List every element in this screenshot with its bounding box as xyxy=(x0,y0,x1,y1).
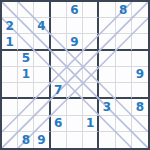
given-digit: 9 xyxy=(136,68,144,80)
cell-r8c8[interactable] xyxy=(116,116,132,132)
cell-r5c3[interactable] xyxy=(34,67,50,83)
given-digit: 4 xyxy=(37,20,45,32)
cell-r6c8[interactable] xyxy=(116,83,132,99)
cell-r4c2[interactable]: 5 xyxy=(18,51,34,67)
cell-r3c9[interactable] xyxy=(132,34,148,50)
cell-r1c4[interactable] xyxy=(51,2,67,18)
cell-r4c3[interactable] xyxy=(34,51,50,67)
cell-r8c1[interactable] xyxy=(2,116,18,132)
cell-r9c1[interactable] xyxy=(2,132,18,148)
given-digit: 8 xyxy=(136,101,144,113)
cell-r5c5[interactable] xyxy=(67,67,83,83)
cell-r2c6[interactable] xyxy=(83,18,99,34)
cell-r3c3[interactable] xyxy=(34,34,50,50)
cell-r9c5[interactable] xyxy=(67,132,83,148)
cell-r3c7[interactable] xyxy=(99,34,115,50)
cell-r1c8[interactable]: 8 xyxy=(116,2,132,18)
cell-r9c8[interactable] xyxy=(116,132,132,148)
cell-r3c6[interactable] xyxy=(83,34,99,50)
cell-r1c7[interactable] xyxy=(99,2,115,18)
cell-r7c3[interactable] xyxy=(34,99,50,115)
cell-r9c6[interactable] xyxy=(83,132,99,148)
cell-r1c9[interactable] xyxy=(132,2,148,18)
given-digit: 9 xyxy=(70,36,78,48)
cell-r2c9[interactable] xyxy=(132,18,148,34)
cell-r9c3[interactable]: 9 xyxy=(34,132,50,148)
cell-r1c1[interactable] xyxy=(2,2,18,18)
cell-r7c6[interactable] xyxy=(83,99,99,115)
cell-r2c5[interactable] xyxy=(67,18,83,34)
cell-r6c4[interactable]: 7 xyxy=(51,83,67,99)
cell-r5c2[interactable]: 1 xyxy=(18,67,34,83)
cell-r1c6[interactable] xyxy=(83,2,99,18)
cell-r3c5[interactable]: 9 xyxy=(67,34,83,50)
cell-r6c5[interactable] xyxy=(67,83,83,99)
sudoku-app: 6824195197386189 xyxy=(0,0,150,150)
given-digit: 3 xyxy=(103,101,111,113)
cell-r3c2[interactable] xyxy=(18,34,34,50)
given-digit: 1 xyxy=(22,68,30,80)
cell-r6c2[interactable] xyxy=(18,83,34,99)
cell-r6c1[interactable] xyxy=(2,83,18,99)
cell-r5c6[interactable] xyxy=(83,67,99,83)
cell-r7c2[interactable] xyxy=(18,99,34,115)
cell-r8c5[interactable] xyxy=(67,116,83,132)
given-digit: 6 xyxy=(54,117,62,129)
cell-r2c2[interactable] xyxy=(18,18,34,34)
cell-r1c2[interactable] xyxy=(18,2,34,18)
given-digit: 6 xyxy=(70,4,78,16)
cell-r8c4[interactable]: 6 xyxy=(51,116,67,132)
cell-r8c6[interactable]: 1 xyxy=(83,116,99,132)
cell-r2c1[interactable]: 2 xyxy=(2,18,18,34)
given-digit: 8 xyxy=(22,134,30,146)
cell-r9c4[interactable] xyxy=(51,132,67,148)
cell-r3c1[interactable]: 1 xyxy=(2,34,18,50)
cell-r9c2[interactable]: 8 xyxy=(18,132,34,148)
given-digit: 8 xyxy=(119,4,127,16)
given-digit: 1 xyxy=(86,117,94,129)
cell-r6c3[interactable] xyxy=(34,83,50,99)
cell-r6c6[interactable] xyxy=(83,83,99,99)
cell-r2c3[interactable]: 4 xyxy=(34,18,50,34)
cell-r4c8[interactable] xyxy=(116,51,132,67)
cell-r8c3[interactable] xyxy=(34,116,50,132)
cell-r4c5[interactable] xyxy=(67,51,83,67)
cell-r3c4[interactable] xyxy=(51,34,67,50)
cell-r2c8[interactable] xyxy=(116,18,132,34)
cell-r9c7[interactable] xyxy=(99,132,115,148)
given-digit: 7 xyxy=(54,84,62,96)
cell-r8c9[interactable] xyxy=(132,116,148,132)
cell-r9c9[interactable] xyxy=(132,132,148,148)
cell-r5c4[interactable] xyxy=(51,67,67,83)
cell-r6c7[interactable] xyxy=(99,83,115,99)
cell-r7c9[interactable]: 8 xyxy=(132,99,148,115)
cell-r1c5[interactable]: 6 xyxy=(67,2,83,18)
cell-r6c9[interactable] xyxy=(132,83,148,99)
given-digit: 5 xyxy=(22,52,30,64)
cell-r7c5[interactable] xyxy=(67,99,83,115)
cell-r5c9[interactable]: 9 xyxy=(132,67,148,83)
cell-r2c4[interactable] xyxy=(51,18,67,34)
cell-r8c2[interactable] xyxy=(18,116,34,132)
cell-r7c8[interactable] xyxy=(116,99,132,115)
cell-r7c1[interactable] xyxy=(2,99,18,115)
cell-r5c8[interactable] xyxy=(116,67,132,83)
given-digit: 9 xyxy=(37,134,45,146)
cell-r3c8[interactable] xyxy=(116,34,132,50)
cell-r1c3[interactable] xyxy=(34,2,50,18)
cell-r4c6[interactable] xyxy=(83,51,99,67)
sudoku-board: 6824195197386189 xyxy=(0,0,150,150)
cell-r4c1[interactable] xyxy=(2,51,18,67)
cell-r4c4[interactable] xyxy=(51,51,67,67)
given-digit: 1 xyxy=(5,36,13,48)
given-digit: 2 xyxy=(5,20,13,32)
cell-r4c7[interactable] xyxy=(99,51,115,67)
cell-r8c7[interactable] xyxy=(99,116,115,132)
cell-r7c7[interactable]: 3 xyxy=(99,99,115,115)
cell-r2c7[interactable] xyxy=(99,18,115,34)
cell-r5c7[interactable] xyxy=(99,67,115,83)
cell-r7c4[interactable] xyxy=(51,99,67,115)
cell-r4c9[interactable] xyxy=(132,51,148,67)
cell-r5c1[interactable] xyxy=(2,67,18,83)
